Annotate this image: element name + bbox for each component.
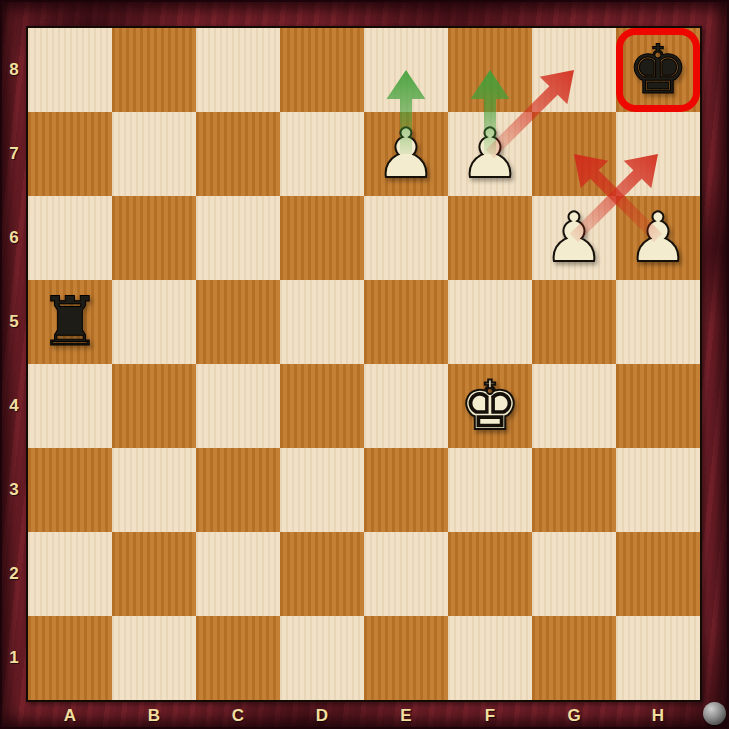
square-d6[interactable] [280,196,364,280]
piece-wP-e7[interactable]: ♟ [376,112,437,196]
square-e7[interactable]: ♟ [364,112,448,196]
file-label-b: B [112,702,196,729]
square-a5[interactable]: ♜ [28,280,112,364]
square-e6[interactable] [364,196,448,280]
rank-label-2: 2 [2,532,26,616]
square-g2[interactable] [532,532,616,616]
square-a1[interactable] [28,616,112,700]
square-c3[interactable] [196,448,280,532]
square-e5[interactable] [364,280,448,364]
square-b7[interactable] [112,112,196,196]
square-d4[interactable] [280,364,364,448]
rank-label-1: 1 [2,616,26,700]
square-f3[interactable] [448,448,532,532]
square-f4[interactable]: ♚ [448,364,532,448]
square-b8[interactable] [112,28,196,112]
square-g6[interactable]: ♟ [532,196,616,280]
file-label-g: G [532,702,616,729]
square-h5[interactable] [616,280,700,364]
square-f1[interactable] [448,616,532,700]
square-e1[interactable] [364,616,448,700]
piece-wP-h6[interactable]: ♟ [628,196,689,280]
square-b5[interactable] [112,280,196,364]
square-c8[interactable] [196,28,280,112]
square-b6[interactable] [112,196,196,280]
file-label-d: D [280,702,364,729]
square-g8[interactable] [532,28,616,112]
square-d2[interactable] [280,532,364,616]
rank-label-4: 4 [2,364,26,448]
square-b2[interactable] [112,532,196,616]
square-d3[interactable] [280,448,364,532]
square-c7[interactable] [196,112,280,196]
rank-label-3: 3 [2,448,26,532]
square-c6[interactable] [196,196,280,280]
file-label-f: F [448,702,532,729]
square-f7[interactable]: ♟ [448,112,532,196]
square-d8[interactable] [280,28,364,112]
square-e3[interactable] [364,448,448,532]
square-c5[interactable] [196,280,280,364]
square-a6[interactable] [28,196,112,280]
piece-wP-g6[interactable]: ♟ [544,196,605,280]
square-c2[interactable] [196,532,280,616]
square-h2[interactable] [616,532,700,616]
square-g4[interactable] [532,364,616,448]
square-a7[interactable] [28,112,112,196]
square-a3[interactable] [28,448,112,532]
square-b1[interactable] [112,616,196,700]
square-g1[interactable] [532,616,616,700]
square-g5[interactable] [532,280,616,364]
square-h6[interactable]: ♟ [616,196,700,280]
chess-board: ♚♟♟♟♟♜♚ [26,26,702,702]
square-d5[interactable] [280,280,364,364]
square-h7[interactable] [616,112,700,196]
square-b4[interactable] [112,364,196,448]
square-h1[interactable] [616,616,700,700]
piece-bR-a5[interactable]: ♜ [40,280,101,364]
square-e4[interactable] [364,364,448,448]
file-label-e: E [364,702,448,729]
board-frame: ♚♟♟♟♟♜♚ 87654321ABCDEFGH [0,0,729,729]
square-d7[interactable] [280,112,364,196]
file-label-c: C [196,702,280,729]
piece-wK-f4[interactable]: ♚ [460,364,521,448]
piece-wP-f7[interactable]: ♟ [460,112,521,196]
square-a2[interactable] [28,532,112,616]
square-e2[interactable] [364,532,448,616]
square-f2[interactable] [448,532,532,616]
square-f8[interactable] [448,28,532,112]
rank-label-6: 6 [2,196,26,280]
file-label-a: A [28,702,112,729]
square-h3[interactable] [616,448,700,532]
rank-label-7: 7 [2,112,26,196]
rank-label-8: 8 [2,28,26,112]
square-g3[interactable] [532,448,616,532]
square-c4[interactable] [196,364,280,448]
square-a4[interactable] [28,364,112,448]
square-f5[interactable] [448,280,532,364]
square-g7[interactable] [532,112,616,196]
square-e8[interactable] [364,28,448,112]
square-h8[interactable]: ♚ [616,28,700,112]
square-a8[interactable] [28,28,112,112]
file-label-h: H [616,702,700,729]
rank-label-5: 5 [2,280,26,364]
square-c1[interactable] [196,616,280,700]
square-b3[interactable] [112,448,196,532]
piece-bK-h8[interactable]: ♚ [628,28,689,112]
square-h4[interactable] [616,364,700,448]
square-f6[interactable] [448,196,532,280]
square-d1[interactable] [280,616,364,700]
corner-knob-button[interactable] [703,702,726,725]
